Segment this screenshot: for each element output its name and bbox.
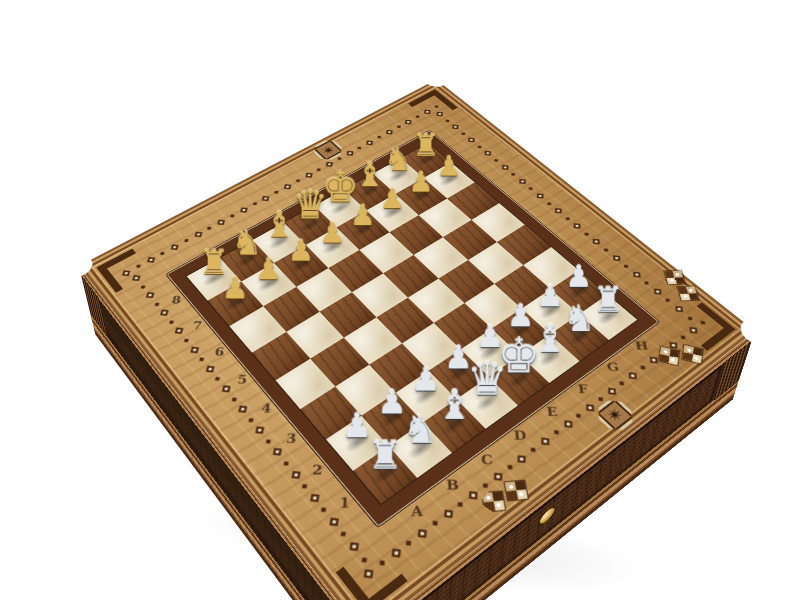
chain-diamond	[434, 105, 438, 108]
chain-diamond	[230, 214, 234, 217]
chain-diamond	[262, 196, 270, 201]
chain-diamond	[585, 233, 589, 236]
chain-diamond	[146, 257, 154, 263]
chain-diamond	[184, 239, 189, 242]
chain-diamond	[405, 119, 412, 124]
chain-diamond	[612, 255, 619, 261]
chain-diamond	[452, 125, 458, 130]
chain-diamond	[468, 138, 474, 143]
gold-pawn-glyph: ♟	[213, 273, 257, 303]
chain-diamond	[604, 248, 608, 251]
chain-diamond	[337, 157, 341, 160]
chain-diamond	[194, 232, 202, 238]
silver-rook-glyph: ♜	[360, 436, 410, 475]
chain-diamond	[240, 207, 248, 212]
chain-diamond	[511, 173, 515, 176]
product-photo-scene: ✴ ✴ 87654321 ABCDEFGH ♜♞♝♛♚♝♞♜♟♟♟♟♟♟♟♟♟♟…	[0, 0, 800, 600]
chain-diamond	[136, 265, 141, 268]
board-top-surface: ✴ ✴ 87654321 ABCDEFGH ♜♞♝♛♚♝♞♜♟♟♟♟♟♟♟♟♟♟…	[79, 79, 755, 600]
chain-diamond	[654, 289, 661, 295]
chain-diamond	[346, 151, 353, 156]
chain-diamond	[274, 191, 278, 194]
chain-diamond	[633, 272, 640, 278]
chain-diamond	[386, 130, 393, 135]
chain-diamond	[326, 162, 333, 167]
chain-diamond	[461, 132, 465, 135]
chain-diamond	[217, 219, 225, 224]
chain-diamond	[424, 109, 430, 113]
chain-diamond	[366, 140, 373, 145]
chain-diamond	[574, 224, 581, 229]
chain-diamond	[252, 202, 256, 205]
chain-diamond	[296, 179, 300, 182]
chain-diamond	[436, 112, 442, 116]
chain-diamond	[132, 275, 141, 281]
chain-diamond	[547, 202, 551, 205]
chain-diamond	[416, 115, 420, 118]
chain-diamond	[485, 151, 492, 156]
chain-diamond	[494, 159, 498, 162]
chain-diamond	[537, 194, 544, 199]
chain-diamond	[140, 285, 145, 288]
chain-diamond	[122, 270, 131, 276]
chain-diamond	[555, 208, 562, 213]
chain-diamond	[519, 179, 526, 184]
chain-diamond	[624, 265, 628, 268]
chain-diamond	[445, 119, 449, 122]
chain-diamond	[305, 173, 312, 178]
chain-diamond	[645, 281, 649, 284]
chain-diamond	[397, 126, 401, 129]
chain-diamond	[501, 165, 508, 170]
chain-diamond	[478, 146, 482, 149]
chain-diamond	[284, 184, 291, 189]
chain-diamond	[170, 244, 178, 250]
chain-diamond	[566, 217, 570, 220]
chess-cabinet: ✴ ✴ 87654321 ABCDEFGH ♜♞♝♛♚♝♞♜♟♟♟♟♟♟♟♟♟♟…	[79, 80, 755, 600]
chain-diamond	[529, 187, 533, 190]
chain-diamond	[377, 136, 381, 139]
